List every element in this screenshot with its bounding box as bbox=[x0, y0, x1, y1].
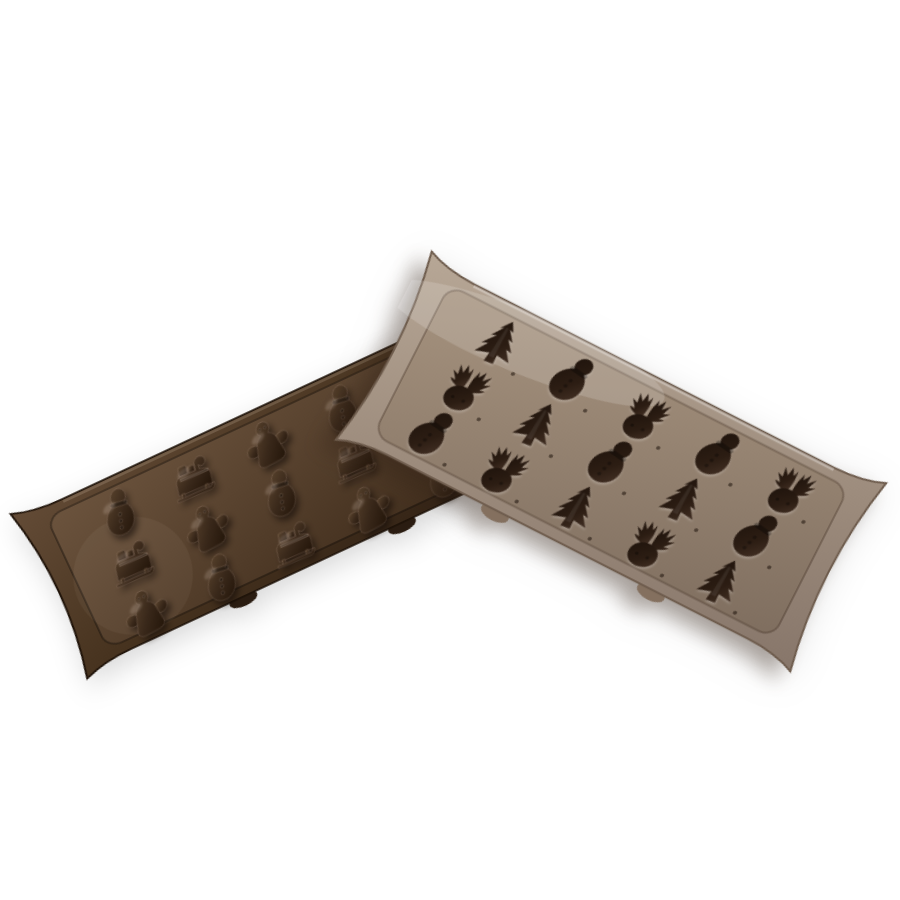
product-photo-stage bbox=[0, 0, 900, 900]
cavity-mold-tray bbox=[331, 248, 892, 676]
